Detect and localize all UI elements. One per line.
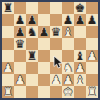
square-a4[interactable] [2,50,14,62]
square-e8[interactable] [50,2,62,14]
chess-board-frame: ♜♚♟♟♟♟♟♟♞♟♛♝♛♜♝♟♟♞♟♟♟♟♝♜♚♜ [0,0,100,100]
square-d5[interactable] [38,38,50,50]
square-h3[interactable] [86,62,98,74]
square-a7[interactable] [2,14,14,26]
square-c8[interactable] [26,2,38,14]
square-g6[interactable] [74,26,86,38]
square-c4[interactable]: ♜ [26,50,38,62]
square-f2[interactable]: ♟ [62,74,74,86]
square-d4[interactable] [38,50,50,62]
square-b1[interactable] [14,86,26,98]
black-rook[interactable]: ♜ [3,2,13,14]
square-g1[interactable] [74,86,86,98]
square-g7[interactable]: ♟ [74,14,86,26]
black-rook[interactable]: ♜ [27,50,37,62]
white-pawn[interactable]: ♟ [51,74,61,86]
square-h5[interactable] [86,38,98,50]
white-knight[interactable]: ♞ [63,62,73,74]
square-h6[interactable] [86,26,98,38]
white-rook[interactable]: ♜ [3,86,13,98]
square-a5[interactable] [2,38,14,50]
square-b7[interactable]: ♟ [14,14,26,26]
square-h2[interactable] [86,74,98,86]
black-pawn[interactable]: ♟ [39,26,49,38]
square-b2[interactable]: ♟ [14,74,26,86]
square-g8[interactable]: ♚ [74,2,86,14]
square-e2[interactable]: ♟ [50,74,62,86]
white-pawn[interactable]: ♟ [87,50,97,62]
square-e1[interactable] [50,86,62,98]
square-b5[interactable]: ♛ [14,38,26,50]
square-b3[interactable] [14,62,26,74]
white-pawn[interactable]: ♟ [3,62,13,74]
square-h1[interactable]: ♜ [86,86,98,98]
square-c1[interactable] [26,86,38,98]
square-h7[interactable]: ♟ [86,14,98,26]
square-a6[interactable] [2,26,14,38]
square-d2[interactable] [38,74,50,86]
square-a2[interactable] [2,74,14,86]
white-pawn[interactable]: ♟ [75,62,85,74]
black-king[interactable]: ♚ [75,2,85,14]
square-c7[interactable]: ♟ [26,14,38,26]
square-e6[interactable]: ♛ [50,26,62,38]
square-a8[interactable]: ♜ [2,2,14,14]
square-c6[interactable]: ♞ [26,26,38,38]
square-c2[interactable] [26,74,38,86]
square-a3[interactable]: ♟ [2,62,14,74]
square-d7[interactable] [38,14,50,26]
white-pawn[interactable]: ♟ [63,74,73,86]
square-g4[interactable]: ♝ [74,50,86,62]
square-c5[interactable] [26,38,38,50]
chess-board: ♜♚♟♟♟♟♟♟♞♟♛♝♛♜♝♟♟♞♟♟♟♟♝♜♚♜ [2,2,98,98]
square-g3[interactable]: ♟ [74,62,86,74]
square-f4[interactable] [62,50,74,62]
black-pawn[interactable]: ♟ [15,26,25,38]
square-f7[interactable]: ♟ [62,14,74,26]
square-d3[interactable] [38,62,50,74]
black-bishop[interactable]: ♝ [75,50,85,62]
white-king[interactable]: ♚ [63,86,73,98]
square-c3[interactable] [26,62,38,74]
white-pawn[interactable]: ♟ [15,74,25,86]
white-bishop[interactable]: ♝ [75,74,85,86]
square-d6[interactable]: ♟ [38,26,50,38]
square-f8[interactable] [62,2,74,14]
black-queen[interactable]: ♛ [51,26,61,38]
square-a1[interactable]: ♜ [2,86,14,98]
square-h8[interactable] [86,2,98,14]
square-f5[interactable] [62,38,74,50]
black-pawn[interactable]: ♟ [15,14,25,26]
black-queen[interactable]: ♛ [15,38,25,50]
square-b8[interactable] [14,2,26,14]
black-knight[interactable]: ♞ [27,26,37,38]
square-e4[interactable] [50,50,62,62]
square-e3[interactable] [50,62,62,74]
white-rook[interactable]: ♜ [87,86,97,98]
square-g5[interactable] [74,38,86,50]
square-e5[interactable] [50,38,62,50]
square-b6[interactable]: ♟ [14,26,26,38]
square-e7[interactable] [50,14,62,26]
white-bishop[interactable]: ♝ [63,26,73,38]
square-f3[interactable]: ♞ [62,62,74,74]
black-pawn[interactable]: ♟ [75,14,85,26]
square-d8[interactable] [38,2,50,14]
black-pawn[interactable]: ♟ [27,14,37,26]
square-f1[interactable]: ♚ [62,86,74,98]
square-d1[interactable] [38,86,50,98]
black-pawn[interactable]: ♟ [63,14,73,26]
square-g2[interactable]: ♝ [74,74,86,86]
black-pawn[interactable]: ♟ [87,14,97,26]
square-h4[interactable]: ♟ [86,50,98,62]
square-f6[interactable]: ♝ [62,26,74,38]
square-b4[interactable] [14,50,26,62]
